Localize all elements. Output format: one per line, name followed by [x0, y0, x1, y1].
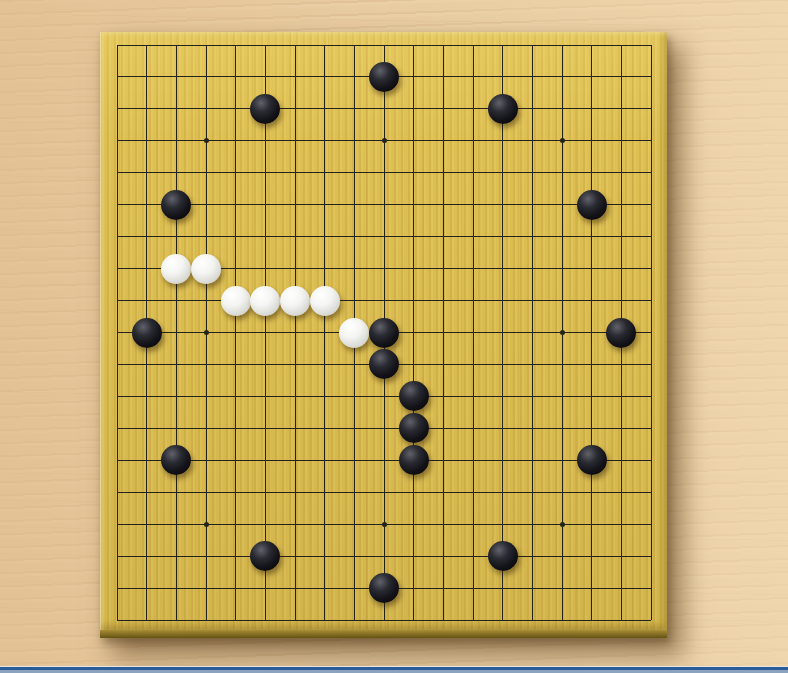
- table-background: [0, 0, 788, 673]
- grid-line-horizontal: [117, 620, 651, 621]
- grid-line-horizontal: [117, 460, 651, 461]
- grid-line-vertical: [443, 45, 444, 620]
- stone-white-C12[interactable]: [161, 254, 191, 284]
- board-edge: [100, 630, 667, 638]
- star-point: [204, 522, 209, 527]
- grid-line-vertical: [413, 45, 414, 620]
- window-bottom-edge: [0, 666, 788, 673]
- grid-line-horizontal: [117, 396, 651, 397]
- star-point: [560, 330, 565, 335]
- stone-white-J10[interactable]: [339, 318, 369, 348]
- go-board[interactable]: [100, 32, 667, 638]
- grid-line-horizontal: [117, 556, 651, 557]
- grid-line-vertical: [473, 45, 474, 620]
- go-board-grid[interactable]: [117, 45, 651, 620]
- stone-white-F11[interactable]: [250, 286, 280, 316]
- star-point: [382, 522, 387, 527]
- grid-line-vertical: [651, 45, 652, 620]
- stone-black-B10[interactable]: [132, 318, 162, 348]
- star-point: [560, 138, 565, 143]
- stone-black-F17[interactable]: [250, 94, 280, 124]
- stone-black-K18[interactable]: [369, 62, 399, 92]
- stone-white-H11[interactable]: [310, 286, 340, 316]
- board-surface[interactable]: [100, 32, 667, 630]
- star-point: [204, 138, 209, 143]
- stone-black-O17[interactable]: [488, 94, 518, 124]
- stone-black-O3[interactable]: [488, 541, 518, 571]
- stone-black-F3[interactable]: [250, 541, 280, 571]
- star-point: [560, 522, 565, 527]
- grid-line-horizontal: [117, 428, 651, 429]
- stone-black-L7[interactable]: [399, 413, 429, 443]
- star-point: [382, 138, 387, 143]
- grid-line-vertical: [502, 45, 503, 620]
- stone-black-R14[interactable]: [577, 190, 607, 220]
- stone-black-L6[interactable]: [399, 445, 429, 475]
- stone-black-K2[interactable]: [369, 573, 399, 603]
- stone-white-E11[interactable]: [221, 286, 251, 316]
- stone-black-K10[interactable]: [369, 318, 399, 348]
- stone-black-S10[interactable]: [606, 318, 636, 348]
- grid-line-vertical: [591, 45, 592, 620]
- stone-black-C14[interactable]: [161, 190, 191, 220]
- star-point: [204, 330, 209, 335]
- grid-line-horizontal: [117, 492, 651, 493]
- stone-black-C6[interactable]: [161, 445, 191, 475]
- stone-white-D12[interactable]: [191, 254, 221, 284]
- stone-white-G11[interactable]: [280, 286, 310, 316]
- stone-black-K9[interactable]: [369, 349, 399, 379]
- grid-line-vertical: [532, 45, 533, 620]
- stone-black-R6[interactable]: [577, 445, 607, 475]
- stone-black-L8[interactable]: [399, 381, 429, 411]
